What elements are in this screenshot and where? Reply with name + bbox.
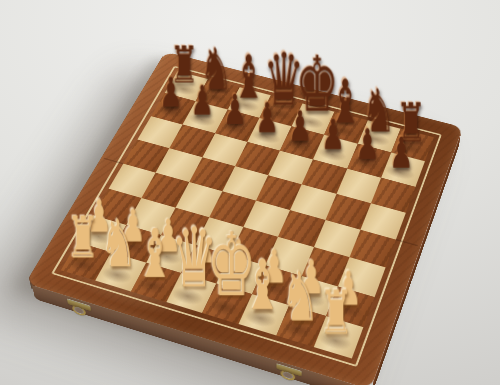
piece-white-king[interactable]: ♚ [207, 221, 243, 308]
piece-black-pawn[interactable]: ♟ [351, 122, 384, 164]
piece-black-pawn[interactable]: ♟ [385, 131, 418, 174]
piece-white-queen[interactable]: ♛ [171, 216, 207, 298]
piece-black-pawn[interactable]: ♟ [219, 88, 251, 129]
piece-white-bishop[interactable]: ♝ [135, 219, 170, 287]
piece-white-rook[interactable]: ♜ [318, 282, 355, 343]
chess-set: ♜♞♝♛♚♝♞♜♟♟♟♟♟♟♟♟♟♟♟♟♟♟♟♟♜♞♝♛♚♝♞♜ [25, 51, 463, 385]
piece-black-pawn[interactable]: ♟ [187, 80, 219, 121]
photo-background: ♜♞♝♛♚♝♞♜♟♟♟♟♟♟♟♟♟♟♟♟♟♟♟♟♜♞♝♛♚♝♞♜ [0, 0, 500, 385]
piece-white-rook[interactable]: ♜ [66, 208, 101, 266]
piece-white-knight[interactable]: ♞ [280, 263, 316, 331]
piece-white-bishop[interactable]: ♝ [243, 251, 279, 320]
piece-black-pawn[interactable]: ♟ [284, 105, 316, 147]
piece-black-pawn[interactable]: ♟ [317, 114, 349, 156]
piece-black-pawn[interactable]: ♟ [155, 72, 186, 113]
board-frame: ♜♞♝♛♚♝♞♜♟♟♟♟♟♟♟♟♟♟♟♟♟♟♟♟♜♞♝♛♚♝♞♜ [25, 51, 463, 385]
piece-black-pawn[interactable]: ♟ [251, 97, 283, 139]
piece-white-knight[interactable]: ♞ [100, 211, 135, 277]
